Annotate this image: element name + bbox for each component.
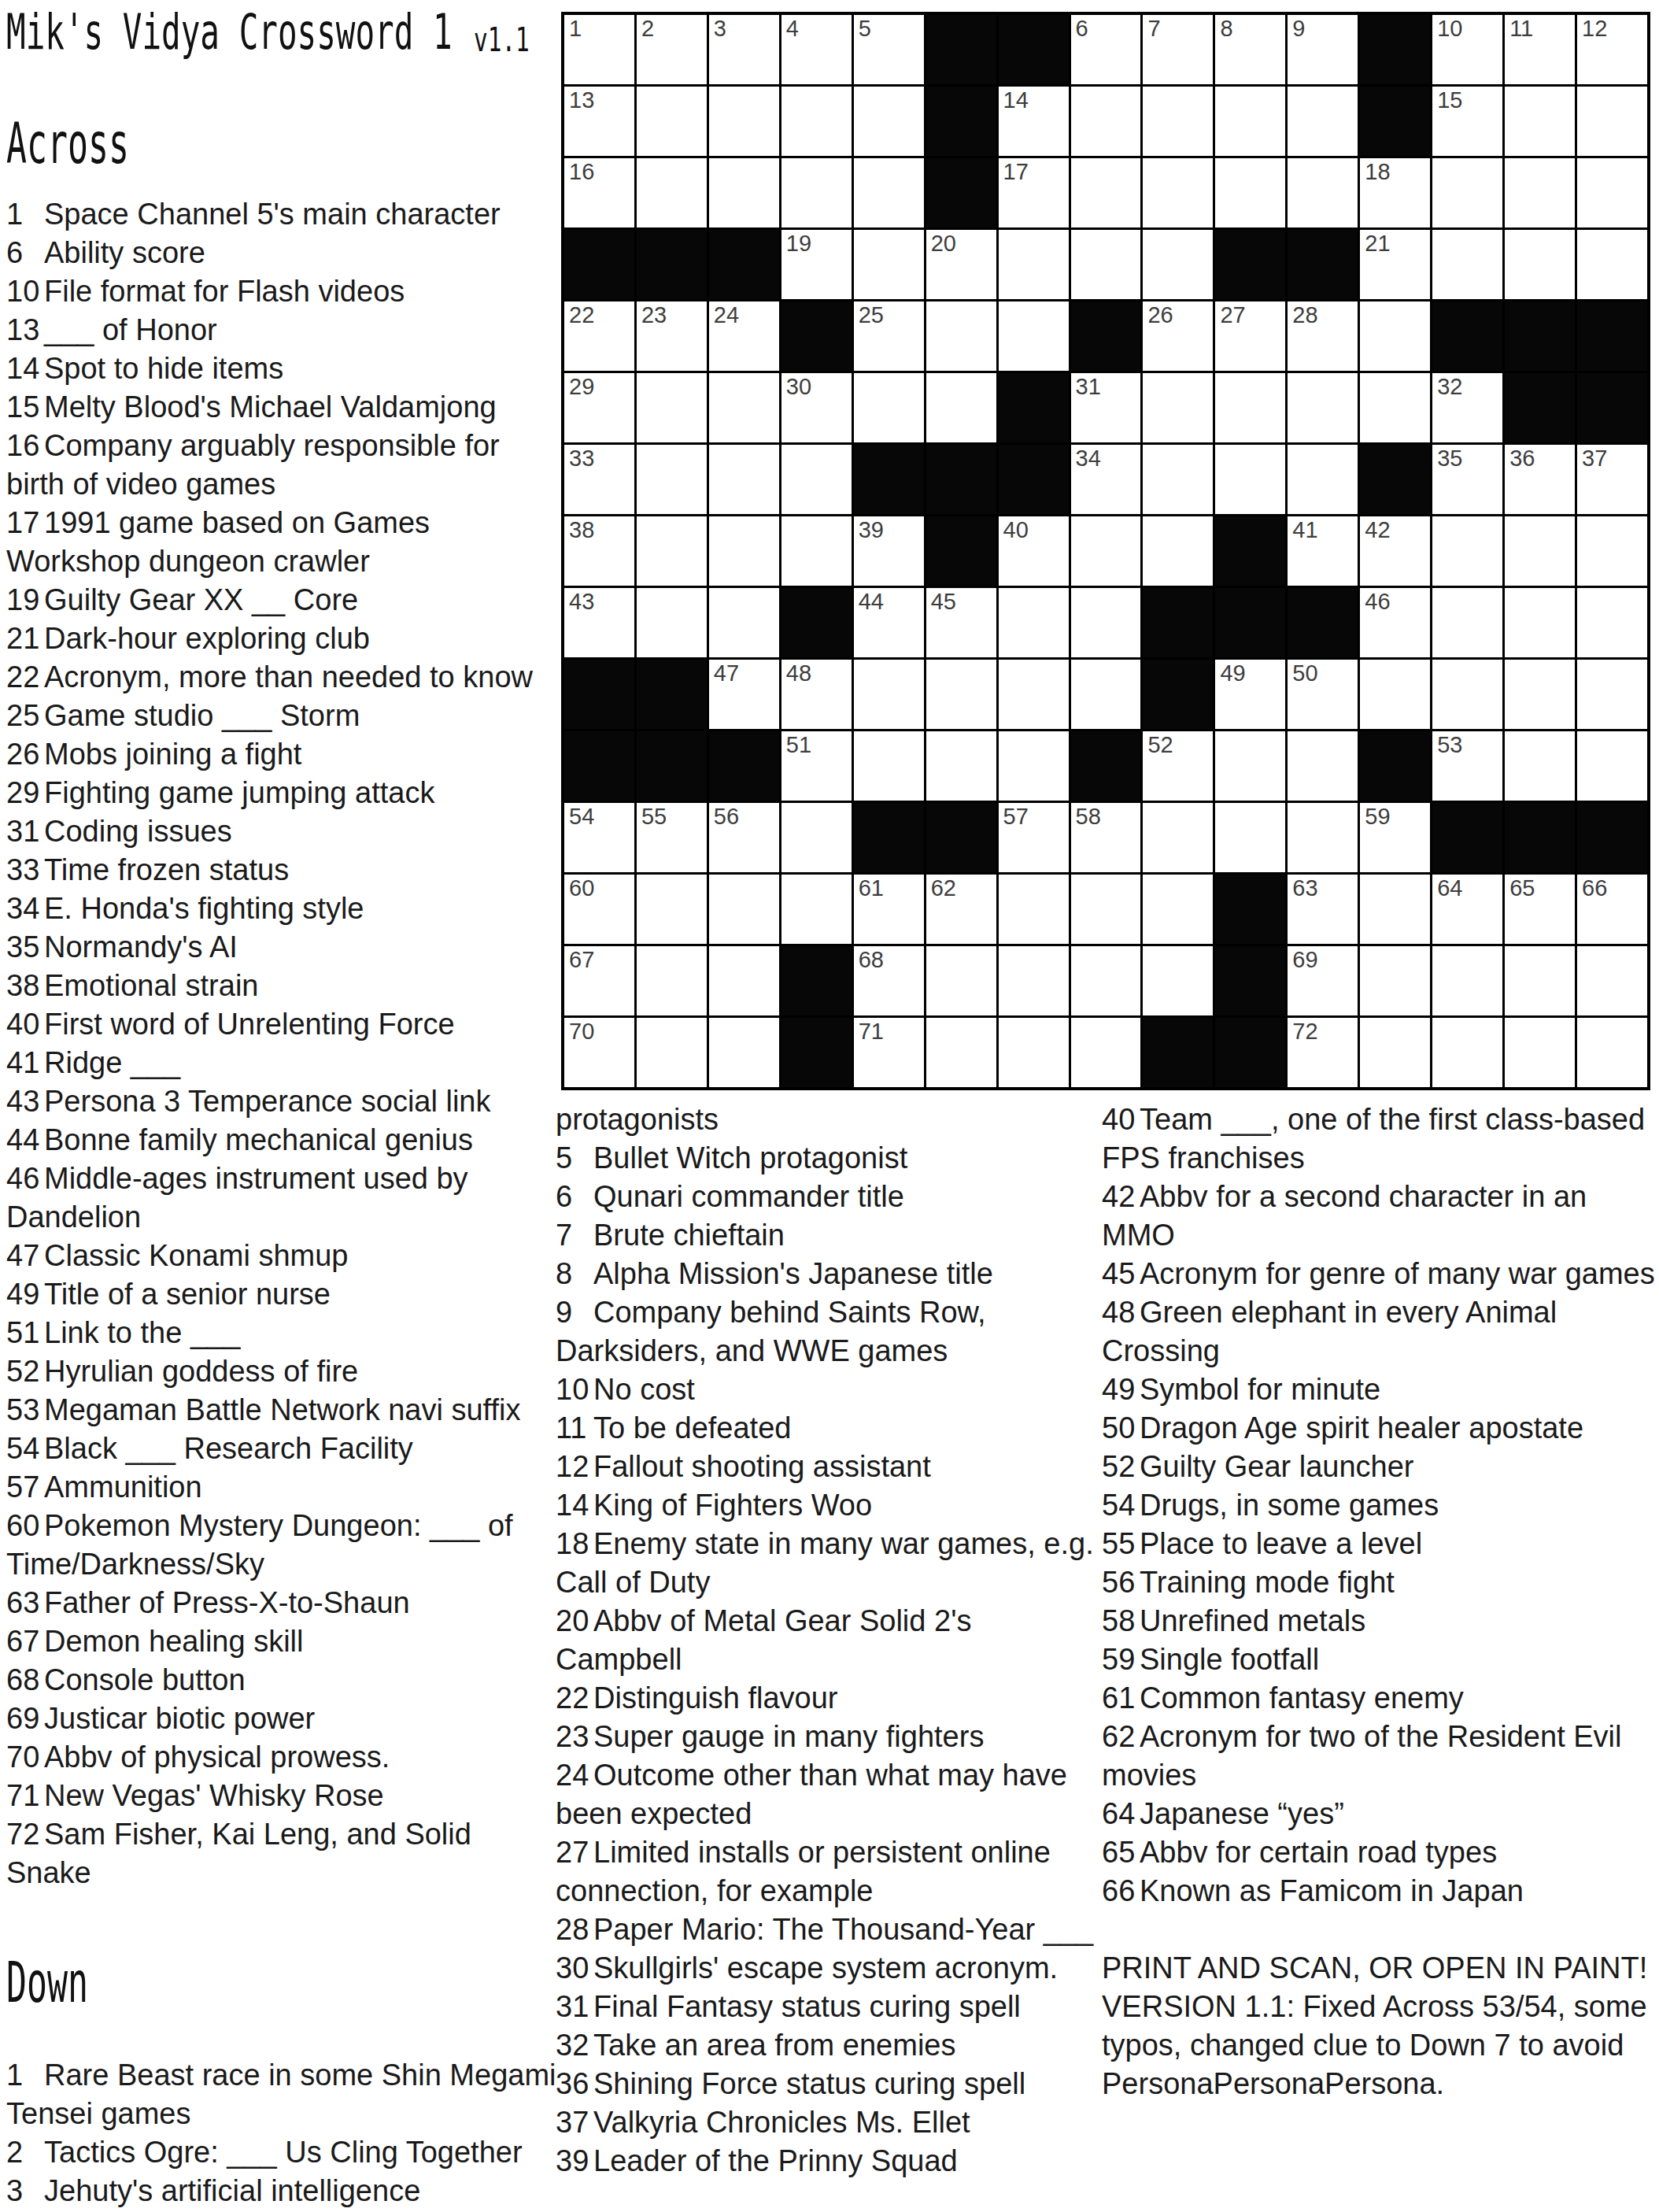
cell-r11c6[interactable] (926, 731, 996, 801)
clue-number: 10 (6, 272, 44, 311)
cell-r11c15[interactable] (1577, 731, 1647, 801)
cell-r3c9[interactable] (1143, 158, 1213, 227)
cell-r7c14[interactable]: 36 (1505, 445, 1575, 514)
cell-r2c9[interactable] (1143, 87, 1213, 156)
cell-r13c6[interactable]: 62 (926, 875, 996, 944)
down-clue-62: 62Acronym for two of the Resident Evil m… (1102, 1718, 1657, 1795)
cell-r12c8[interactable]: 58 (1071, 803, 1141, 872)
clue-number: 24 (556, 1756, 593, 1795)
cell-r6c13[interactable]: 32 (1432, 373, 1502, 442)
black-cell (854, 445, 924, 514)
cell-r10c3[interactable]: 47 (709, 660, 779, 729)
cell-r11c4[interactable]: 51 (781, 731, 852, 801)
cell-r2c5[interactable] (854, 87, 924, 156)
cell-number: 34 (1076, 446, 1101, 471)
clue-number: 61 (1102, 1679, 1140, 1718)
clue-number: 27 (556, 1833, 593, 1872)
cell-number: 17 (1003, 159, 1029, 184)
cell-r1c1[interactable]: 1 (564, 15, 634, 84)
cell-r1c5[interactable]: 5 (854, 15, 924, 84)
cell-r13c2[interactable] (637, 875, 707, 944)
down-clue-28: 28Paper Mario: The Thousand-Year ___ (556, 1911, 1100, 1949)
down-clue-10: 10No cost (556, 1370, 1100, 1409)
cell-r7c11[interactable] (1288, 445, 1358, 514)
cell-r1c15[interactable]: 12 (1577, 15, 1647, 84)
black-cell (1432, 301, 1502, 371)
cell-number: 55 (641, 804, 667, 829)
cell-r7c9[interactable] (1143, 445, 1213, 514)
cell-r1c3[interactable]: 3 (709, 15, 779, 84)
down-clue-22: 22Distinguish flavour (556, 1679, 1100, 1718)
cell-r5c7[interactable] (999, 301, 1069, 371)
clue-number: 30 (556, 1949, 593, 1988)
cell-r3c3[interactable] (709, 158, 779, 227)
cell-r2c13[interactable]: 15 (1432, 87, 1502, 156)
cell-r12c2[interactable]: 55 (637, 803, 707, 872)
down-clue-59: 59Single footfall (1102, 1641, 1657, 1679)
clue-text: Acronym for genre of many war games (1140, 1257, 1655, 1290)
clue-text: Alpha Mission's Japanese title (593, 1257, 993, 1290)
cell-r8c14[interactable] (1505, 516, 1575, 586)
cell-r8c11[interactable]: 41 (1288, 516, 1358, 586)
clue-number: 44 (6, 1121, 44, 1160)
cell-r4c13[interactable] (1432, 230, 1502, 299)
cell-r13c14[interactable]: 65 (1505, 875, 1575, 944)
cell-r15c13[interactable] (1432, 1018, 1502, 1087)
cell-r12c10[interactable] (1215, 803, 1285, 872)
cell-r1c13[interactable]: 10 (1432, 15, 1502, 84)
clue-number: 31 (6, 812, 44, 851)
cell-r1c9[interactable]: 7 (1143, 15, 1213, 84)
clue-number: 39 (556, 2142, 593, 2181)
cell-r9c1[interactable]: 43 (564, 588, 634, 657)
clue-text: Link to the ___ (44, 1316, 240, 1349)
cell-number: 46 (1365, 589, 1390, 614)
clue-number: 23 (556, 1718, 593, 1756)
down-clue-list-right: 40Team ___, one of the first class-based… (1102, 1100, 1657, 1911)
cell-r5c3[interactable]: 24 (709, 301, 779, 371)
cell-r8c3[interactable] (709, 516, 779, 586)
cell-r9c2[interactable] (637, 588, 707, 657)
clue-number: 8 (556, 1255, 593, 1293)
cell-r5c2[interactable]: 23 (637, 301, 707, 371)
cell-r13c9[interactable] (1143, 875, 1213, 944)
cell-r5c11[interactable]: 28 (1288, 301, 1358, 371)
cell-r4c15[interactable] (1577, 230, 1647, 299)
cell-r3c10[interactable] (1215, 158, 1285, 227)
cell-r15c8[interactable] (1071, 1018, 1141, 1087)
clue-text: Common fantasy enemy (1140, 1681, 1464, 1714)
cell-number: 36 (1509, 446, 1535, 471)
cell-r9c12[interactable]: 46 (1360, 588, 1430, 657)
cell-r6c1[interactable]: 29 (564, 373, 634, 442)
clue-number: 7 (556, 1216, 593, 1255)
clue-text: Final Fantasy status curing spell (593, 1990, 1021, 2023)
cell-number: 50 (1292, 660, 1317, 686)
cell-r14c15[interactable] (1577, 946, 1647, 1015)
clue-text: Company arguably responsible for birth o… (6, 429, 500, 501)
cell-number: 64 (1437, 875, 1462, 901)
cell-r3c7[interactable]: 17 (999, 158, 1069, 227)
black-cell (637, 731, 707, 801)
cell-r3c2[interactable] (637, 158, 707, 227)
cell-r11c7[interactable] (999, 731, 1069, 801)
black-cell (999, 373, 1069, 442)
cell-r6c10[interactable] (1215, 373, 1285, 442)
cell-number: 23 (641, 302, 667, 327)
black-cell (1505, 803, 1575, 872)
clue-number: 64 (1102, 1795, 1140, 1833)
cell-r14c9[interactable] (1143, 946, 1213, 1015)
cell-r13c5[interactable]: 61 (854, 875, 924, 944)
cell-r8c8[interactable] (1071, 516, 1141, 586)
clue-number: 19 (6, 581, 44, 620)
down-clue-20: 20Abbv of Metal Gear Solid 2's Campbell (556, 1602, 1100, 1679)
cell-r12c12[interactable]: 59 (1360, 803, 1430, 872)
clue-text: Guilty Gear XX __ Core (44, 583, 358, 616)
clue-number: 32 (556, 2026, 593, 2065)
down-clue-64: 64Japanese “yes” (1102, 1795, 1657, 1833)
cell-r13c12[interactable] (1360, 875, 1430, 944)
cell-r14c13[interactable] (1432, 946, 1502, 1015)
cell-r8c9[interactable] (1143, 516, 1213, 586)
cell-r4c14[interactable] (1505, 230, 1575, 299)
cell-r13c3[interactable] (709, 875, 779, 944)
cell-r4c7[interactable] (999, 230, 1069, 299)
down-clue-37: 37Valkyria Chronicles Ms. Ellet (556, 2103, 1100, 2142)
cell-r2c1[interactable]: 13 (564, 87, 634, 156)
cell-r10c15[interactable] (1577, 660, 1647, 729)
cell-r1c10[interactable]: 8 (1215, 15, 1285, 84)
cell-r10c5[interactable] (854, 660, 924, 729)
cell-r9c6[interactable]: 45 (926, 588, 996, 657)
black-cell (1577, 803, 1647, 872)
cell-r6c11[interactable] (1288, 373, 1358, 442)
cell-r7c3[interactable] (709, 445, 779, 514)
down-clue-18: 18Enemy state in many war games, e.g. Ca… (556, 1525, 1100, 1602)
cell-r14c12[interactable] (1360, 946, 1430, 1015)
cell-r2c10[interactable] (1215, 87, 1285, 156)
cell-r3c5[interactable] (854, 158, 924, 227)
cell-r15c11[interactable]: 72 (1288, 1018, 1358, 1087)
cell-r8c15[interactable] (1577, 516, 1647, 586)
cell-r4c5[interactable] (854, 230, 924, 299)
cell-r15c6[interactable] (926, 1018, 996, 1087)
cell-r10c6[interactable] (926, 660, 996, 729)
clue-text: Ridge ___ (44, 1046, 180, 1079)
cell-r2c15[interactable] (1577, 87, 1647, 156)
clue-text: Ammunition (44, 1470, 202, 1504)
clue-text: Demon healing skill (44, 1625, 304, 1658)
down-clue-56: 56Training mode fight (1102, 1563, 1657, 1602)
down-clue-31: 31Final Fantasy status curing spell (556, 1988, 1100, 2026)
black-cell (1071, 301, 1141, 371)
cell-r8c13[interactable] (1432, 516, 1502, 586)
down-clue-list-middle: 5Bullet Witch protagonist6Qunari command… (556, 1139, 1100, 2181)
cell-r7c15[interactable]: 37 (1577, 445, 1647, 514)
clue-number: 25 (6, 697, 44, 735)
cell-r14c6[interactable] (926, 946, 996, 1015)
cell-r15c1[interactable]: 70 (564, 1018, 634, 1087)
cell-r12c4[interactable] (781, 803, 852, 872)
clue-number: 52 (1102, 1448, 1140, 1486)
cell-r6c3[interactable] (709, 373, 779, 442)
cell-r10c7[interactable] (999, 660, 1069, 729)
clue-number: 49 (6, 1275, 44, 1314)
down-clue-23: 23Super gauge in many fighters (556, 1718, 1100, 1756)
cell-r8c7[interactable]: 40 (999, 516, 1069, 586)
cell-r11c10[interactable] (1215, 731, 1285, 801)
cell-r13c7[interactable] (999, 875, 1069, 944)
cell-r8c12[interactable]: 42 (1360, 516, 1430, 586)
cell-r12c7[interactable]: 57 (999, 803, 1069, 872)
clue-column-left: 1Space Channel 5's main character6Abilit… (6, 195, 557, 2212)
cell-r14c5[interactable]: 68 (854, 946, 924, 1015)
clue-text: King of Fighters Woo (593, 1489, 872, 1522)
cell-r2c4[interactable] (781, 87, 852, 156)
black-cell (1143, 588, 1213, 657)
cell-r5c5[interactable]: 25 (854, 301, 924, 371)
cell-r1c14[interactable]: 11 (1505, 15, 1575, 84)
clue-text: Super gauge in many fighters (593, 1720, 984, 1753)
cell-r2c11[interactable] (1288, 87, 1358, 156)
cell-r3c11[interactable] (1288, 158, 1358, 227)
black-cell (1215, 1018, 1285, 1087)
cell-r5c9[interactable]: 26 (1143, 301, 1213, 371)
cell-r14c8[interactable] (1071, 946, 1141, 1015)
cell-r2c8[interactable] (1071, 87, 1141, 156)
cell-r14c7[interactable] (999, 946, 1069, 1015)
clue-text: Acronym, more than needed to know (44, 660, 533, 694)
cell-r3c4[interactable] (781, 158, 852, 227)
cell-number: 53 (1437, 732, 1462, 757)
cell-r3c15[interactable] (1577, 158, 1647, 227)
cell-r4c4[interactable]: 19 (781, 230, 852, 299)
cell-r13c13[interactable]: 64 (1432, 875, 1502, 944)
clue-text: Unrefined metals (1140, 1604, 1365, 1637)
clue-number: 21 (6, 620, 44, 658)
clue-number: 65 (1102, 1833, 1140, 1872)
cell-r13c8[interactable] (1071, 875, 1141, 944)
cell-r12c3[interactable]: 56 (709, 803, 779, 872)
down-clue-14: 14King of Fighters Woo (556, 1486, 1100, 1525)
cell-r9c14[interactable] (1505, 588, 1575, 657)
down-clue-42: 42Abbv for a second character in an MMO (1102, 1178, 1657, 1255)
cell-r14c11[interactable]: 69 (1288, 946, 1358, 1015)
cell-r2c14[interactable] (1505, 87, 1575, 156)
cell-r6c6[interactable] (926, 373, 996, 442)
cell-r11c5[interactable] (854, 731, 924, 801)
cell-r14c3[interactable] (709, 946, 779, 1015)
cell-r11c14[interactable] (1505, 731, 1575, 801)
cell-r10c12[interactable] (1360, 660, 1430, 729)
cell-r13c4[interactable] (781, 875, 852, 944)
clue-text: Classic Konami shmup (44, 1239, 348, 1272)
clue-text: To be defeated (593, 1411, 791, 1444)
across-clue-70: 70Abbv of physical prowess. (6, 1738, 557, 1777)
cell-r6c4[interactable]: 30 (781, 373, 852, 442)
clue-number: 40 (6, 1005, 44, 1044)
down-clue-1: 1Rare Beast race in some Shin Megami Ten… (6, 2056, 557, 2133)
clue-column-middle: protagonists 5Bullet Witch protagonist6Q… (556, 1100, 1100, 2212)
cell-r9c8[interactable] (1071, 588, 1141, 657)
clue-number: 11 (556, 1409, 593, 1448)
cell-r10c11[interactable]: 50 (1288, 660, 1358, 729)
cell-r11c11[interactable] (1288, 731, 1358, 801)
down-clue-4-continuation: protagonists (556, 1100, 1100, 1139)
cell-r15c2[interactable] (637, 1018, 707, 1087)
cell-r8c1[interactable]: 38 (564, 516, 634, 586)
cell-r15c14[interactable] (1505, 1018, 1575, 1087)
cell-number: 12 (1582, 16, 1607, 41)
cell-r6c2[interactable] (637, 373, 707, 442)
cell-r9c7[interactable] (999, 588, 1069, 657)
cell-number: 8 (1220, 16, 1232, 41)
cell-r5c1[interactable]: 22 (564, 301, 634, 371)
cell-r4c8[interactable] (1071, 230, 1141, 299)
cell-r12c1[interactable]: 54 (564, 803, 634, 872)
cell-r1c2[interactable]: 2 (637, 15, 707, 84)
clue-number: 54 (6, 1430, 44, 1468)
cell-r12c11[interactable] (1288, 803, 1358, 872)
cell-r10c14[interactable] (1505, 660, 1575, 729)
cell-r12c9[interactable] (1143, 803, 1213, 872)
cell-r13c1[interactable]: 60 (564, 875, 634, 944)
cell-r11c9[interactable]: 52 (1143, 731, 1213, 801)
cell-r7c8[interactable]: 34 (1071, 445, 1141, 514)
across-clue-67: 67Demon healing skill (6, 1622, 557, 1661)
cell-r9c3[interactable] (709, 588, 779, 657)
down-clue-32: 32Take an area from enemies (556, 2026, 1100, 2065)
cell-r3c13[interactable] (1432, 158, 1502, 227)
cell-number: 20 (931, 231, 956, 256)
cell-r11c13[interactable]: 53 (1432, 731, 1502, 801)
cell-r15c3[interactable] (709, 1018, 779, 1087)
cell-r5c12[interactable] (1360, 301, 1430, 371)
clue-number: 48 (1102, 1293, 1140, 1332)
down-clue-11: 11To be defeated (556, 1409, 1100, 1448)
cell-r15c15[interactable] (1577, 1018, 1647, 1087)
cell-r2c3[interactable] (709, 87, 779, 156)
cell-r14c2[interactable] (637, 946, 707, 1015)
across-clue-22: 22Acronym, more than needed to know (6, 658, 557, 697)
clue-text: Rare Beast race in some Shin Megami Tens… (6, 2058, 556, 2130)
black-cell (1360, 445, 1430, 514)
cell-number: 59 (1365, 804, 1390, 829)
cell-r10c8[interactable] (1071, 660, 1141, 729)
black-cell (781, 301, 852, 371)
cell-r2c2[interactable] (637, 87, 707, 156)
cell-r2c7[interactable]: 14 (999, 87, 1069, 156)
cell-r6c8[interactable]: 31 (1071, 373, 1141, 442)
clue-number: 3 (6, 2172, 44, 2210)
cell-r9c15[interactable] (1577, 588, 1647, 657)
black-cell (1505, 373, 1575, 442)
across-clue-26: 26Mobs joining a fight (6, 735, 557, 774)
cell-r4c6[interactable]: 20 (926, 230, 996, 299)
down-clue-9: 9Company behind Saints Row, Darksiders, … (556, 1293, 1100, 1370)
cell-number: 30 (786, 374, 811, 399)
cell-number: 10 (1437, 16, 1462, 41)
cell-r8c5[interactable]: 39 (854, 516, 924, 586)
cell-r6c9[interactable] (1143, 373, 1213, 442)
cell-r6c12[interactable] (1360, 373, 1430, 442)
cell-r10c13[interactable] (1432, 660, 1502, 729)
cell-r10c10[interactable]: 49 (1215, 660, 1285, 729)
cell-number: 35 (1437, 446, 1462, 471)
cell-r14c14[interactable] (1505, 946, 1575, 1015)
across-clue-53: 53Megaman Battle Network navi suffix (6, 1391, 557, 1430)
cell-number: 38 (569, 517, 594, 542)
clue-text: Sam Fisher, Kai Leng, and Solid Snake (6, 1818, 471, 1889)
down-clue-58: 58Unrefined metals (1102, 1602, 1657, 1641)
clue-number: 18 (556, 1525, 593, 1563)
cell-r3c14[interactable] (1505, 158, 1575, 227)
cell-r7c13[interactable]: 35 (1432, 445, 1502, 514)
cell-r13c11[interactable]: 63 (1288, 875, 1358, 944)
clue-number: 41 (6, 1044, 44, 1082)
cell-r13c15[interactable]: 66 (1577, 875, 1647, 944)
black-cell (1577, 373, 1647, 442)
cell-r5c10[interactable]: 27 (1215, 301, 1285, 371)
cell-r9c5[interactable]: 44 (854, 588, 924, 657)
cell-r7c4[interactable] (781, 445, 852, 514)
black-cell (564, 660, 634, 729)
cell-r15c7[interactable] (999, 1018, 1069, 1087)
cell-number: 41 (1292, 517, 1317, 542)
cell-r15c5[interactable]: 71 (854, 1018, 924, 1087)
cell-r7c1[interactable]: 33 (564, 445, 634, 514)
cell-r1c11[interactable]: 9 (1288, 15, 1358, 84)
cell-r4c9[interactable] (1143, 230, 1213, 299)
cell-r7c10[interactable] (1215, 445, 1285, 514)
cell-r5c6[interactable] (926, 301, 996, 371)
clue-text: 1991 game based on Games Workshop dungeo… (6, 506, 430, 578)
cell-r1c4[interactable]: 4 (781, 15, 852, 84)
cell-number: 72 (1292, 1019, 1317, 1044)
clue-text: Abbv for a second character in an MMO (1102, 1180, 1587, 1252)
cell-number: 60 (569, 875, 594, 901)
cell-r8c4[interactable] (781, 516, 852, 586)
cell-r3c8[interactable] (1071, 158, 1141, 227)
cell-r3c1[interactable]: 16 (564, 158, 634, 227)
cell-number: 65 (1509, 875, 1535, 901)
cell-r9c13[interactable] (1432, 588, 1502, 657)
cell-r4c12[interactable]: 21 (1360, 230, 1430, 299)
cell-r7c2[interactable] (637, 445, 707, 514)
cell-r8c2[interactable] (637, 516, 707, 586)
clue-text: Enemy state in many war games, e.g. Call… (556, 1527, 1094, 1599)
cell-r3c12[interactable]: 18 (1360, 158, 1430, 227)
cell-r1c8[interactable]: 6 (1071, 15, 1141, 84)
down-clue-6: 6Qunari commander title (556, 1178, 1100, 1216)
black-cell (637, 660, 707, 729)
clue-number: 14 (6, 350, 44, 388)
clue-text: Known as Famicom in Japan (1140, 1874, 1524, 1907)
cell-number: 5 (859, 16, 871, 41)
cell-r14c1[interactable]: 67 (564, 946, 634, 1015)
cell-r10c4[interactable]: 48 (781, 660, 852, 729)
cell-r15c12[interactable] (1360, 1018, 1430, 1087)
cell-number: 45 (931, 589, 956, 614)
clue-number: 63 (6, 1584, 44, 1622)
black-cell (926, 15, 996, 84)
clue-number: 12 (556, 1448, 593, 1486)
across-clue-33: 33Time frozen status (6, 851, 557, 890)
clue-text: Valkyria Chronicles Ms. Ellet (593, 2106, 970, 2139)
cell-r6c5[interactable] (854, 373, 924, 442)
clue-number: 14 (556, 1486, 593, 1525)
